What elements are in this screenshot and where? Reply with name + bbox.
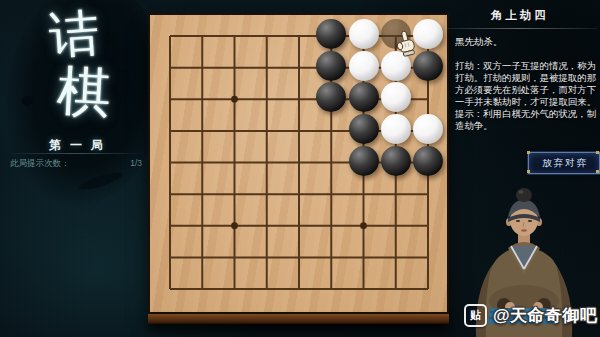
white-stone bbox=[349, 19, 379, 49]
hints-counter: 此局提示次数： 1/3 bbox=[10, 158, 142, 170]
divider bbox=[443, 28, 597, 29]
puzzle-title: 角上劫四 bbox=[443, 8, 597, 23]
black-stone bbox=[413, 51, 443, 81]
round-label: 第一局 bbox=[0, 137, 152, 154]
watermark: 贴 @天命奇御吧 bbox=[464, 304, 598, 327]
puzzle-mode-title: 诘 棋 bbox=[34, 6, 114, 122]
calligraphy-char: 棋 bbox=[55, 61, 112, 124]
tieba-icon-char: 贴 bbox=[470, 308, 481, 323]
puzzle-info-panel: 角上劫四 黑先劫杀。 打劫：双方一子互提的情况，称为打劫。打劫的规则，是被提取的… bbox=[443, 8, 597, 131]
white-stone bbox=[381, 114, 411, 144]
give-up-button[interactable]: 放弃对弈 bbox=[528, 152, 600, 174]
puzzle-objective: 黑先劫杀。 bbox=[455, 36, 597, 49]
board-wood-surface[interactable] bbox=[148, 13, 449, 314]
black-stone bbox=[316, 51, 346, 81]
board-side-edge bbox=[148, 314, 449, 324]
white-stone bbox=[381, 51, 411, 81]
go-board[interactable] bbox=[148, 13, 449, 324]
watermark-text: @天命奇御吧 bbox=[493, 304, 598, 327]
black-stone bbox=[349, 146, 379, 176]
white-stone bbox=[413, 19, 443, 49]
tieba-icon: 贴 bbox=[464, 304, 487, 327]
rule-description: 打劫：双方一子互提的情况，称为打劫。打劫的规则，是被提取的那方必须要先在别处落子… bbox=[455, 60, 596, 131]
black-stone bbox=[413, 146, 443, 176]
calligraphy-char: 诘 bbox=[47, 4, 101, 63]
white-stone bbox=[381, 82, 411, 112]
black-stone bbox=[381, 146, 411, 176]
ink-splash-decor bbox=[120, 70, 129, 79]
white-stone bbox=[349, 51, 379, 81]
game-screen: 诘 棋 第一局 此局提示次数： 1/3 角上劫四 黑先劫杀。 bbox=[0, 0, 600, 337]
hints-label: 此局提示次数： bbox=[10, 158, 70, 170]
white-stone bbox=[413, 114, 443, 144]
hints-value: 1/3 bbox=[130, 158, 142, 170]
black-stone bbox=[349, 82, 379, 112]
ghost-preview-stone[interactable] bbox=[381, 19, 411, 49]
ink-splash-decor bbox=[22, 96, 33, 106]
divider bbox=[6, 153, 146, 154]
black-stone bbox=[349, 114, 379, 144]
